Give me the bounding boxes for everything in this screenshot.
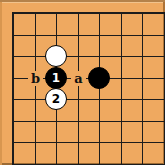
point-marker-b: b bbox=[28, 71, 43, 86]
black-stone-1: 1 bbox=[45, 67, 67, 89]
board-edge-line-left bbox=[12, 12, 14, 165]
point-marker-label: b bbox=[31, 72, 40, 85]
stone-number-label: 1 bbox=[52, 72, 60, 84]
grid-line-vertical bbox=[164, 12, 165, 165]
white-stone bbox=[45, 45, 67, 67]
point-marker-label: a bbox=[74, 72, 82, 85]
go-board: ba12 bbox=[0, 0, 165, 165]
white-stone-2: 2 bbox=[45, 88, 67, 110]
point-marker-a: a bbox=[71, 71, 86, 86]
stone-number-label: 2 bbox=[52, 93, 60, 105]
grid-line-vertical bbox=[35, 12, 36, 165]
grid-line-vertical bbox=[121, 12, 122, 165]
grid-line-vertical bbox=[78, 12, 79, 165]
black-stone bbox=[88, 67, 110, 89]
grid-line-vertical bbox=[142, 12, 143, 165]
